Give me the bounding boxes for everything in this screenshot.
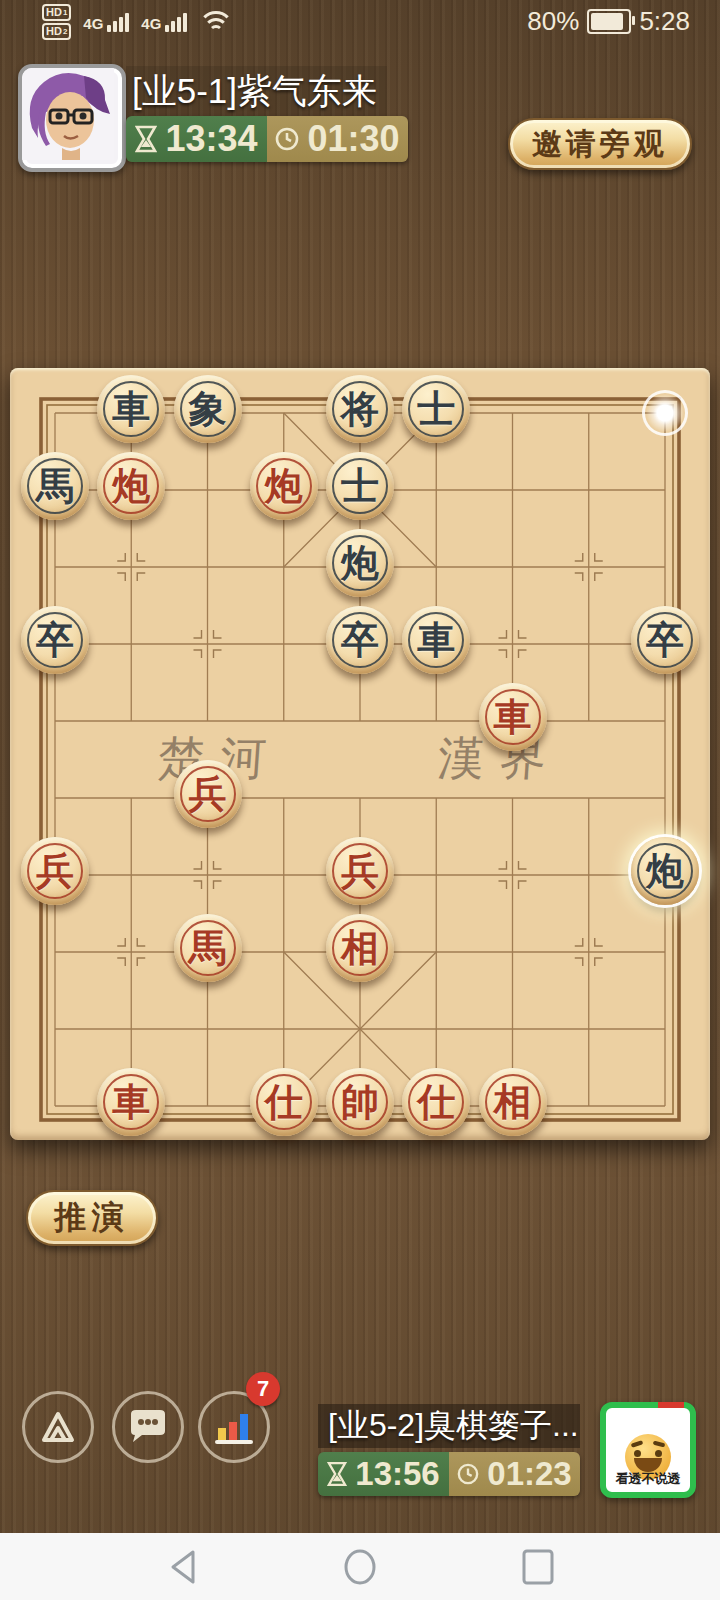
battery-icon xyxy=(587,9,631,34)
piece-glyph: 車 xyxy=(112,390,150,428)
piece-black-cannon[interactable]: 炮 xyxy=(326,529,394,597)
piece-red-horse[interactable]: 馬 xyxy=(174,914,242,982)
last-move-origin-marker xyxy=(642,390,688,436)
piece-glyph: 兵 xyxy=(189,775,227,813)
piece-glyph: 炮 xyxy=(112,467,150,505)
piece-glyph: 仕 xyxy=(265,1083,303,1121)
top-player-avatar[interactable] xyxy=(18,64,126,172)
piece-black-chariot[interactable]: 車 xyxy=(402,606,470,674)
piece-red-advisor[interactable]: 仕 xyxy=(250,1068,318,1136)
battery-percent: 80% xyxy=(527,6,579,37)
piece-red-cannon[interactable]: 炮 xyxy=(97,452,165,520)
opponent-name: [业5-2]臭棋篓子... xyxy=(318,1404,580,1448)
piece-glyph: 炮 xyxy=(646,852,684,890)
avatar-image xyxy=(22,68,114,160)
chat-button[interactable] xyxy=(112,1391,184,1463)
piece-red-chariot[interactable]: 車 xyxy=(97,1068,165,1136)
piece-glyph: 相 xyxy=(494,1083,532,1121)
hd-voice-icons: HD1 HD2 xyxy=(42,4,71,40)
piece-black-elephant[interactable]: 象 xyxy=(174,375,242,443)
piece-black-general[interactable]: 将 xyxy=(326,375,394,443)
piece-glyph: 仕 xyxy=(417,1083,455,1121)
home-circle-icon xyxy=(340,1547,380,1587)
piece-glyph: 兵 xyxy=(341,852,379,890)
opponent-main-time: 13:56 xyxy=(355,1455,439,1493)
bar-chart-icon xyxy=(214,1408,254,1446)
notification-badge: 7 xyxy=(246,1372,280,1406)
piece-red-soldier[interactable]: 兵 xyxy=(21,837,89,905)
clock-time: 5:28 xyxy=(639,6,690,37)
piece-red-advisor[interactable]: 仕 xyxy=(402,1068,470,1136)
piece-glyph: 炮 xyxy=(265,467,303,505)
piece-glyph: 相 xyxy=(341,929,379,967)
piece-black-soldier[interactable]: 卒 xyxy=(631,606,699,674)
deduce-button[interactable]: 推演 xyxy=(26,1190,158,1246)
piece-glyph: 車 xyxy=(494,698,532,736)
piece-glyph: 将 xyxy=(341,390,379,428)
piece-glyph: 車 xyxy=(112,1083,150,1121)
clock-icon xyxy=(457,1463,479,1485)
chevron-up-icon xyxy=(38,1410,78,1444)
piece-black-soldier[interactable]: 卒 xyxy=(326,606,394,674)
piece-glyph: 象 xyxy=(189,390,227,428)
sticker-caption: 看透不说透 xyxy=(606,1470,690,1488)
app-screen: HD1 HD2 4G 4G 80% 5:28 xyxy=(0,0,720,1600)
piece-glyph: 士 xyxy=(341,467,379,505)
top-main-time: 13:34 xyxy=(165,118,257,160)
top-player-timers: 13:34 01:30 xyxy=(126,116,408,162)
piece-glyph: 士 xyxy=(417,390,455,428)
piece-glyph: 卒 xyxy=(646,621,684,659)
piece-glyph: 兵 xyxy=(36,852,74,890)
signal-icon-sim1: 4G xyxy=(83,13,129,32)
wifi-icon xyxy=(201,11,231,33)
status-bar: HD1 HD2 4G 4G 80% 5:28 xyxy=(0,0,720,46)
back-triangle-icon xyxy=(165,1548,199,1586)
piece-red-elephant[interactable]: 相 xyxy=(326,914,394,982)
piece-black-cannon[interactable]: 炮 xyxy=(631,837,699,905)
piece-black-advisor[interactable]: 士 xyxy=(326,452,394,520)
piece-glyph: 馬 xyxy=(189,929,227,967)
piece-glyph: 車 xyxy=(417,621,455,659)
piece-glyph: 帥 xyxy=(341,1083,379,1121)
piece-glyph: 卒 xyxy=(36,621,74,659)
nav-recents-button[interactable] xyxy=(508,1537,568,1597)
piece-black-horse[interactable]: 馬 xyxy=(21,452,89,520)
piece-red-soldier[interactable]: 兵 xyxy=(326,837,394,905)
nav-home-button[interactable] xyxy=(330,1537,390,1597)
signal-icon-sim2: 4G xyxy=(141,13,187,32)
hourglass-icon xyxy=(135,125,157,153)
piece-glyph: 馬 xyxy=(36,467,74,505)
hourglass-icon xyxy=(327,1461,347,1487)
nav-back-button[interactable] xyxy=(152,1537,212,1597)
top-player-name: [业5-1]紫气东来 xyxy=(126,66,387,119)
opponent-move-time: 01:23 xyxy=(487,1455,571,1493)
piece-red-cannon[interactable]: 炮 xyxy=(250,452,318,520)
chat-bubble-icon xyxy=(128,1409,168,1445)
piece-red-general[interactable]: 帥 xyxy=(326,1068,394,1136)
piece-black-chariot[interactable]: 車 xyxy=(97,375,165,443)
piece-glyph: 卒 xyxy=(341,621,379,659)
xiangqi-board: 楚河 漢界 車象将士馬炮炮士炮卒卒車卒車兵兵兵炮馬相車仕帥仕相 xyxy=(10,368,710,1140)
piece-red-chariot[interactable]: 車 xyxy=(479,683,547,751)
android-nav-bar xyxy=(0,1533,720,1600)
opponent-timers: 13:56 01:23 xyxy=(318,1452,580,1496)
piece-red-elephant[interactable]: 相 xyxy=(479,1068,547,1136)
invite-spectate-button[interactable]: 邀请旁观 xyxy=(508,118,692,170)
piece-red-soldier[interactable]: 兵 xyxy=(174,760,242,828)
sticker-notch xyxy=(658,1402,684,1408)
emote-ad-sticker[interactable]: 看透不说透 xyxy=(600,1402,696,1498)
recents-square-icon xyxy=(520,1547,556,1587)
clock-icon xyxy=(275,127,299,151)
top-move-time: 01:30 xyxy=(307,118,399,160)
piece-black-advisor[interactable]: 士 xyxy=(402,375,470,443)
expand-menu-button[interactable] xyxy=(22,1391,94,1463)
piece-black-soldier[interactable]: 卒 xyxy=(21,606,89,674)
piece-glyph: 炮 xyxy=(341,544,379,582)
